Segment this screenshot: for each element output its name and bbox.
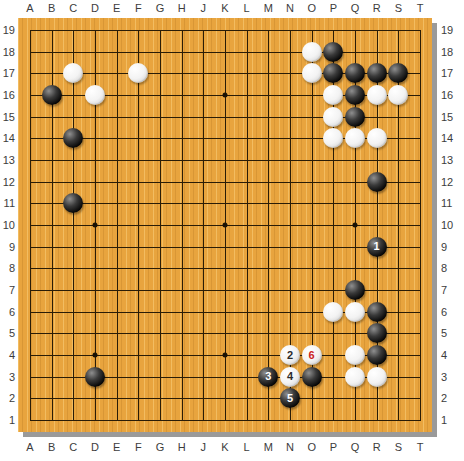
col-label-bottom-e: E — [113, 440, 120, 454]
go-diagram-window: AABBCCDDEEFFGGHHJJKKLLMMNNOOPPQQRRSSTT19… — [0, 0, 464, 461]
row-label-right-9: 9 — [441, 240, 463, 254]
col-label-bottom-c: C — [69, 440, 77, 454]
stone-white-p6 — [323, 302, 343, 322]
row-label-left-16: 16 — [0, 88, 15, 102]
move-number-5: 5 — [287, 393, 293, 404]
col-label-bottom-a: A — [26, 440, 33, 454]
row-label-left-5: 5 — [0, 326, 15, 340]
star-point-k10 — [223, 223, 228, 228]
grid-line-vertical — [247, 30, 248, 421]
stone-white-p14 — [323, 128, 343, 148]
stone-white-p16 — [323, 85, 343, 105]
grid-line-horizontal — [30, 333, 421, 334]
col-label-bottom-m: M — [264, 440, 273, 454]
stone-white-q14 — [345, 128, 365, 148]
col-label-bottom-l: L — [244, 440, 250, 454]
stone-black-q15 — [345, 107, 365, 127]
stone-white-r14 — [367, 128, 387, 148]
col-label-bottom-o: O — [307, 440, 316, 454]
row-label-right-17: 17 — [441, 66, 463, 80]
col-label-bottom-r: R — [373, 440, 381, 454]
col-label-top-j: J — [201, 1, 207, 15]
col-label-bottom-n: N — [286, 440, 294, 454]
col-label-bottom-j: J — [201, 440, 207, 454]
grid-line-horizontal — [30, 268, 421, 269]
move-number-1: 1 — [374, 241, 380, 252]
col-label-bottom-b: B — [48, 440, 55, 454]
row-label-left-18: 18 — [0, 45, 15, 59]
stone-white-o18 — [302, 42, 322, 62]
col-label-top-l: L — [244, 1, 250, 15]
stone-white-r16 — [367, 85, 387, 105]
row-label-right-8: 8 — [441, 261, 463, 275]
col-label-bottom-s: S — [395, 440, 402, 454]
col-label-bottom-p: P — [330, 440, 337, 454]
col-label-bottom-g: G — [156, 440, 165, 454]
grid-line-vertical — [268, 30, 269, 421]
stone-black-r12 — [367, 172, 387, 192]
move-number-4: 4 — [287, 371, 293, 382]
grid-line-horizontal — [30, 420, 421, 421]
stone-white-o17 — [302, 63, 322, 83]
row-label-right-19: 19 — [441, 23, 463, 37]
move-number-2: 2 — [287, 350, 293, 361]
move-number-3: 3 — [265, 371, 271, 382]
row-label-right-6: 6 — [441, 305, 463, 319]
stone-black-p17 — [323, 63, 343, 83]
col-label-bottom-h: H — [178, 440, 186, 454]
stone-white-n3: 4 — [280, 367, 300, 387]
grid-line-horizontal — [30, 247, 421, 248]
row-label-right-15: 15 — [441, 110, 463, 124]
stone-white-o4: 6 — [302, 345, 322, 365]
grid-line-horizontal — [30, 398, 421, 399]
stone-black-c14 — [63, 128, 83, 148]
col-label-top-o: O — [307, 1, 316, 15]
stone-black-q7 — [345, 280, 365, 300]
grid-line-vertical — [420, 30, 421, 421]
star-point-d4 — [93, 353, 98, 358]
col-label-bottom-d: D — [91, 440, 99, 454]
stone-black-s17 — [388, 63, 408, 83]
col-label-top-s: S — [395, 1, 402, 15]
stone-white-f17 — [128, 63, 148, 83]
row-label-left-19: 19 — [0, 23, 15, 37]
move-number-6: 6 — [309, 350, 315, 361]
col-label-top-g: G — [156, 1, 165, 15]
row-label-right-13: 13 — [441, 153, 463, 167]
col-label-top-m: M — [264, 1, 273, 15]
stone-black-r9: 1 — [367, 237, 387, 257]
row-label-right-2: 2 — [441, 391, 463, 405]
star-point-k4 — [223, 353, 228, 358]
row-label-left-12: 12 — [0, 175, 15, 189]
stone-white-r3 — [367, 367, 387, 387]
stone-black-p18 — [323, 42, 343, 62]
row-label-right-11: 11 — [441, 196, 463, 210]
col-label-top-a: A — [26, 1, 33, 15]
star-point-d10 — [93, 223, 98, 228]
row-label-right-7: 7 — [441, 283, 463, 297]
col-label-top-d: D — [91, 1, 99, 15]
col-label-top-q: Q — [351, 1, 360, 15]
stone-black-q17 — [345, 63, 365, 83]
row-label-right-3: 3 — [441, 370, 463, 384]
row-label-left-11: 11 — [0, 196, 15, 210]
stone-white-c17 — [63, 63, 83, 83]
stone-white-p15 — [323, 107, 343, 127]
col-label-bottom-f: F — [135, 440, 142, 454]
col-label-top-r: R — [373, 1, 381, 15]
col-label-bottom-k: K — [221, 440, 228, 454]
star-point-k16 — [223, 93, 228, 98]
stone-black-m3: 3 — [258, 367, 278, 387]
row-label-right-10: 10 — [441, 218, 463, 232]
col-label-top-t: T — [417, 1, 424, 15]
stone-black-o3 — [302, 367, 322, 387]
row-label-right-18: 18 — [441, 45, 463, 59]
stone-black-r6 — [367, 302, 387, 322]
row-label-left-8: 8 — [0, 261, 15, 275]
stone-black-r17 — [367, 63, 387, 83]
col-label-top-f: F — [135, 1, 142, 15]
row-label-left-14: 14 — [0, 131, 15, 145]
col-label-top-k: K — [221, 1, 228, 15]
row-label-right-16: 16 — [441, 88, 463, 102]
stone-black-d3 — [85, 367, 105, 387]
col-label-top-h: H — [178, 1, 186, 15]
row-label-left-6: 6 — [0, 305, 15, 319]
row-label-left-1: 1 — [0, 413, 15, 427]
row-label-left-17: 17 — [0, 66, 15, 80]
stone-white-s16 — [388, 85, 408, 105]
col-label-bottom-t: T — [417, 440, 424, 454]
row-label-left-2: 2 — [0, 391, 15, 405]
col-label-bottom-q: Q — [351, 440, 360, 454]
stone-black-b16 — [42, 85, 62, 105]
row-label-right-12: 12 — [441, 175, 463, 189]
row-label-right-14: 14 — [441, 131, 463, 145]
row-label-left-3: 3 — [0, 370, 15, 384]
stone-black-c11 — [63, 193, 83, 213]
col-label-top-c: C — [69, 1, 77, 15]
row-label-left-10: 10 — [0, 218, 15, 232]
row-label-right-1: 1 — [441, 413, 463, 427]
row-label-left-9: 9 — [0, 240, 15, 254]
col-label-top-b: B — [48, 1, 55, 15]
row-label-right-4: 4 — [441, 348, 463, 362]
stone-black-r5 — [367, 323, 387, 343]
col-label-top-e: E — [113, 1, 120, 15]
row-label-left-4: 4 — [0, 348, 15, 362]
row-label-left-7: 7 — [0, 283, 15, 297]
col-label-top-p: P — [330, 1, 337, 15]
row-label-left-15: 15 — [0, 110, 15, 124]
stone-white-q4 — [345, 345, 365, 365]
row-label-right-5: 5 — [441, 326, 463, 340]
stone-white-q6 — [345, 302, 365, 322]
star-point-q10 — [353, 223, 358, 228]
stone-white-q3 — [345, 367, 365, 387]
stone-black-q16 — [345, 85, 365, 105]
stone-black-n2: 5 — [280, 388, 300, 408]
stone-black-r4 — [367, 345, 387, 365]
row-label-left-13: 13 — [0, 153, 15, 167]
col-label-top-n: N — [286, 1, 294, 15]
stone-white-d16 — [85, 85, 105, 105]
stone-white-n4: 2 — [280, 345, 300, 365]
